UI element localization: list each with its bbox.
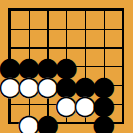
go-board[interactable]: ●●●●●○●○●○●●●●○●○●●○●● [0,0,133,133]
white-stone-outline-glyph: ○ [17,109,41,133]
black-stone-glyph: ● [92,109,116,133]
white-stone-fill-glyph: ● [54,90,78,117]
white-stone-fill-glyph: ● [17,72,41,99]
black-stone[interactable]: ● [57,76,76,95]
white-stone-fill-glyph: ● [17,109,41,133]
white-stone[interactable]: ●○ [76,94,95,113]
white-stone-outline-glyph: ○ [36,72,60,99]
white-stone[interactable]: ●○ [1,76,20,95]
black-stone-glyph: ● [36,109,60,133]
white-stone-fill-glyph: ● [36,72,60,99]
white-stone-fill-glyph: ● [73,90,97,117]
white-stone[interactable]: ●○ [57,94,76,113]
black-stone[interactable]: ● [94,113,113,132]
white-stone[interactable]: ●○ [19,113,38,132]
black-stone[interactable]: ● [94,94,113,113]
black-stone[interactable]: ● [1,57,20,76]
white-stone-outline-glyph: ○ [73,90,97,117]
black-stone[interactable]: ● [19,57,38,76]
black-stone[interactable]: ● [57,57,76,76]
white-stone-outline-glyph: ○ [54,90,78,117]
white-stone-outline-glyph: ○ [17,72,41,99]
black-stone[interactable]: ● [38,57,57,76]
black-stone[interactable]: ● [38,113,57,132]
black-stone[interactable]: ● [94,76,113,95]
white-stone[interactable]: ●○ [19,76,38,95]
black-stone[interactable]: ● [76,76,95,95]
white-stone[interactable]: ●○ [38,76,57,95]
stones-layer: ●●●●●○●○●○●●●●○●○●●○●● [1,1,132,132]
